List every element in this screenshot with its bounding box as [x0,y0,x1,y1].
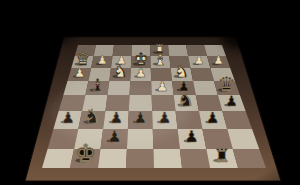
piece-white-P-b2[interactable]: ♟ [97,53,107,67]
piece-white-P-d3[interactable]: ♟ [135,65,146,80]
piece-black-P-g6[interactable]: ♟ [206,109,220,127]
piece-white-P-g2[interactable]: ♟ [194,53,204,67]
square-g4[interactable] [193,81,218,95]
piece-white-P-h2[interactable]: ♟ [213,53,223,67]
square-f1[interactable] [168,45,188,56]
chess-photo-scene: ♜♛♟♟♚♝♟♟♟♞♟♞♝♟♟♛♞♟♟♞♟♟♟♟♟♟♚♜ [0,0,300,185]
square-g3[interactable] [190,68,213,81]
corner-shadow-right [221,23,265,49]
chessboard: ♜♛♟♟♚♝♟♟♟♞♟♞♝♟♟♛♞♟♟♞♟♟♟♟♟♟♚♜ [0,0,300,185]
corner-shadow-left [41,23,73,43]
light-sheen [50,80,190,144]
piece-black-R-g8[interactable]: ♜ [213,145,230,166]
square-e8[interactable] [153,149,182,168]
square-c8[interactable] [98,149,127,168]
piece-black-K-b8[interactable]: ♚ [75,139,97,168]
piece-white-P-a3[interactable]: ♟ [74,65,85,80]
square-a8[interactable] [42,149,74,168]
square-f8[interactable] [180,149,210,168]
square-d8[interactable] [126,149,154,168]
piece-white-B-e2[interactable]: ♝ [154,51,167,68]
piece-white-N-c3[interactable]: ♞ [113,62,127,81]
piece-black-P-h5[interactable]: ♟ [225,93,238,109]
piece-black-P-f7[interactable]: ♟ [184,127,198,146]
